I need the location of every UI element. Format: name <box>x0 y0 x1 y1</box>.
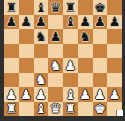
piece-white-pawn[interactable]: ♟ <box>20 87 32 100</box>
piece-black-knight[interactable]: ♞ <box>79 29 91 42</box>
square-c4[interactable] <box>34 58 49 73</box>
square-d5[interactable] <box>48 44 63 59</box>
square-e4[interactable]: ♟ <box>63 58 78 73</box>
piece-white-knight[interactable]: ♞ <box>35 73 47 86</box>
piece-black-pawn[interactable]: ♟ <box>6 15 18 28</box>
app-background: ♜♝♛♜♚♟♟♟♝♟♟♟♞♟♞♞♟♞♟♟♟♝♟♟♟♜♝♛♜♚ <box>0 0 125 121</box>
square-h8[interactable] <box>107 0 122 15</box>
square-b8[interactable] <box>19 0 34 15</box>
piece-white-bishop[interactable]: ♝ <box>35 102 47 115</box>
square-e1[interactable]: ♜ <box>63 102 78 117</box>
piece-black-pawn[interactable]: ♟ <box>94 15 106 28</box>
square-b5[interactable] <box>19 44 34 59</box>
square-a6[interactable] <box>4 29 19 44</box>
square-h5[interactable] <box>107 44 122 59</box>
piece-white-pawn[interactable]: ♟ <box>79 87 91 100</box>
square-g3[interactable] <box>93 73 108 88</box>
piece-white-rook[interactable]: ♜ <box>65 102 77 115</box>
square-f2[interactable]: ♟ <box>78 87 93 102</box>
square-e5[interactable] <box>63 44 78 59</box>
square-e7[interactable]: ♝ <box>63 15 78 30</box>
piece-white-pawn[interactable]: ♟ <box>109 87 121 100</box>
square-d1[interactable]: ♛ <box>48 102 63 117</box>
piece-white-pawn[interactable]: ♟ <box>35 87 47 100</box>
square-d8[interactable]: ♛ <box>48 0 63 15</box>
square-d4[interactable]: ♞ <box>48 58 63 73</box>
piece-black-pawn[interactable]: ♟ <box>50 29 62 42</box>
square-f5[interactable] <box>78 44 93 59</box>
piece-white-knight[interactable]: ♞ <box>50 58 62 71</box>
square-a4[interactable] <box>4 58 19 73</box>
piece-black-pawn[interactable]: ♟ <box>109 15 121 28</box>
square-f4[interactable] <box>78 58 93 73</box>
square-e2[interactable]: ♝ <box>63 87 78 102</box>
square-b1[interactable] <box>19 102 34 117</box>
square-c3[interactable]: ♞ <box>34 73 49 88</box>
square-b7[interactable]: ♟ <box>19 15 34 30</box>
square-c1[interactable]: ♝ <box>34 102 49 117</box>
piece-black-rook[interactable]: ♜ <box>65 0 77 13</box>
square-h3[interactable] <box>107 73 122 88</box>
square-e3[interactable] <box>63 73 78 88</box>
piece-black-pawn[interactable]: ♟ <box>20 15 32 28</box>
square-h2[interactable]: ♟ <box>107 87 122 102</box>
square-g2[interactable]: ♟ <box>93 87 108 102</box>
square-g7[interactable]: ♟ <box>93 15 108 30</box>
square-a2[interactable]: ♟ <box>4 87 19 102</box>
square-b2[interactable]: ♟ <box>19 87 34 102</box>
piece-white-pawn[interactable]: ♟ <box>65 58 77 71</box>
piece-black-pawn[interactable]: ♟ <box>79 15 91 28</box>
square-f8[interactable] <box>78 0 93 15</box>
piece-black-knight[interactable]: ♞ <box>35 29 47 42</box>
square-b3[interactable] <box>19 73 34 88</box>
square-a5[interactable] <box>4 44 19 59</box>
piece-black-pawn[interactable]: ♟ <box>35 15 47 28</box>
piece-white-pawn[interactable]: ♟ <box>94 87 106 100</box>
square-d6[interactable]: ♟ <box>48 29 63 44</box>
square-d2[interactable] <box>48 87 63 102</box>
square-c6[interactable]: ♞ <box>34 29 49 44</box>
piece-black-queen[interactable]: ♛ <box>50 0 62 13</box>
square-c2[interactable]: ♟ <box>34 87 49 102</box>
square-g5[interactable] <box>93 44 108 59</box>
square-a1[interactable]: ♜ <box>4 102 19 117</box>
square-a7[interactable]: ♟ <box>4 15 19 30</box>
square-e6[interactable] <box>63 29 78 44</box>
square-g8[interactable]: ♚ <box>93 0 108 15</box>
square-g1[interactable]: ♚ <box>93 102 108 117</box>
piece-white-pawn[interactable]: ♟ <box>6 87 18 100</box>
piece-white-rook[interactable]: ♜ <box>6 102 18 115</box>
square-a8[interactable]: ♜ <box>4 0 19 15</box>
square-e8[interactable]: ♜ <box>63 0 78 15</box>
piece-white-queen[interactable]: ♛ <box>50 102 62 115</box>
square-c5[interactable] <box>34 44 49 59</box>
square-f7[interactable]: ♟ <box>78 15 93 30</box>
piece-white-king[interactable]: ♚ <box>94 102 106 115</box>
square-h6[interactable] <box>107 29 122 44</box>
square-f1[interactable] <box>78 102 93 117</box>
chess-board: ♜♝♛♜♚♟♟♟♝♟♟♟♞♟♞♞♟♞♟♟♟♝♟♟♟♜♝♛♜♚ <box>4 0 122 116</box>
square-b4[interactable] <box>19 58 34 73</box>
square-f6[interactable]: ♞ <box>78 29 93 44</box>
square-h7[interactable]: ♟ <box>107 15 122 30</box>
square-h4[interactable] <box>107 58 122 73</box>
square-b6[interactable] <box>19 29 34 44</box>
piece-black-bishop[interactable]: ♝ <box>65 15 77 28</box>
square-d7[interactable] <box>48 15 63 30</box>
side-to-move-indicator <box>117 110 123 116</box>
square-a3[interactable] <box>4 73 19 88</box>
piece-black-king[interactable]: ♚ <box>94 0 106 13</box>
square-g4[interactable] <box>93 58 108 73</box>
piece-black-bishop[interactable]: ♝ <box>35 0 47 13</box>
piece-black-rook[interactable]: ♜ <box>6 0 18 13</box>
square-c8[interactable]: ♝ <box>34 0 49 15</box>
square-c7[interactable]: ♟ <box>34 15 49 30</box>
square-g6[interactable] <box>93 29 108 44</box>
piece-white-bishop[interactable]: ♝ <box>65 87 77 100</box>
square-f3[interactable] <box>78 73 93 88</box>
square-d3[interactable] <box>48 73 63 88</box>
